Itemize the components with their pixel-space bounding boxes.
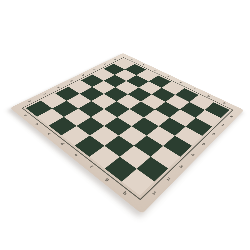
product-photo-canvas: abcdefgh abcdefgh 87654321 87654321 [0, 0, 250, 250]
chess-board: abcdefgh abcdefgh 87654321 87654321 [10, 53, 244, 214]
board-grid [26, 59, 230, 196]
